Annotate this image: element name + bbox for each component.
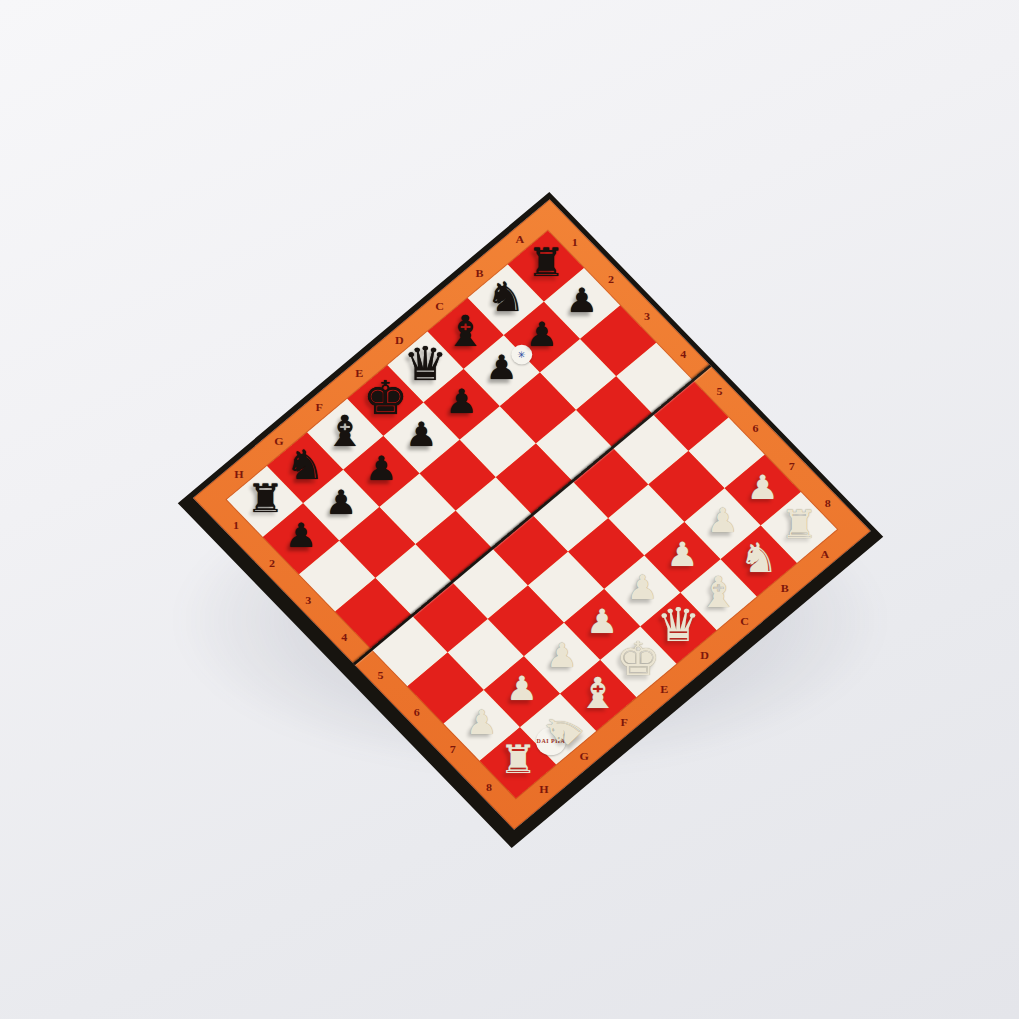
file-label-left-E: E — [349, 364, 369, 383]
sticker-emblem: ✳ — [518, 349, 526, 358]
rank-label-top-8: 8 — [818, 494, 838, 513]
rank-label-bottom-1: 1 — [226, 516, 246, 535]
file-label-right-B: B — [775, 579, 795, 598]
file-label-left-A: A — [510, 230, 530, 249]
photo-backdrop: 1122334455667788AABBCCDDEEFFGGHHDAI PHA✳… — [0, 0, 1019, 1019]
file-label-right-H: H — [534, 780, 554, 799]
file-label-right-C: C — [735, 612, 755, 631]
file-label-left-B: B — [470, 264, 490, 283]
file-label-left-C: C — [430, 297, 450, 316]
rank-label-bottom-6: 6 — [407, 703, 427, 722]
file-label-left-F: F — [309, 398, 329, 417]
file-label-right-D: D — [695, 646, 715, 665]
rank-label-top-6: 6 — [746, 419, 766, 438]
file-label-left-H: H — [229, 465, 249, 484]
rank-label-bottom-8: 8 — [479, 778, 499, 797]
rank-label-top-3: 3 — [637, 307, 657, 326]
rank-label-bottom-7: 7 — [443, 740, 463, 759]
rank-label-bottom-3: 3 — [298, 591, 318, 610]
rank-label-top-7: 7 — [782, 457, 802, 476]
rank-label-bottom-4: 4 — [334, 628, 354, 647]
rank-label-top-1: 1 — [565, 233, 585, 252]
file-label-right-A: A — [815, 545, 835, 564]
rank-label-top-5: 5 — [709, 382, 729, 401]
brand-sticker-black-side: ✳ — [511, 344, 532, 364]
rank-label-bottom-2: 2 — [262, 554, 282, 573]
file-label-left-G: G — [269, 432, 289, 451]
file-label-right-G: G — [574, 747, 594, 766]
rank-label-top-4: 4 — [673, 345, 693, 364]
file-label-right-E: E — [654, 680, 674, 699]
rank-label-top-2: 2 — [601, 270, 621, 289]
sticker-text: DAI PHA — [537, 738, 566, 744]
file-label-right-F: F — [614, 713, 634, 732]
file-label-left-D: D — [389, 331, 409, 350]
rank-label-bottom-5: 5 — [371, 666, 391, 685]
